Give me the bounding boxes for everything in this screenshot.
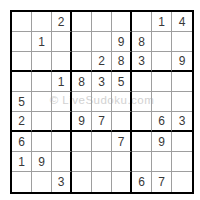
cell-r7c9[interactable] (172, 132, 192, 152)
cell-r6c3[interactable] (52, 112, 72, 132)
cell-r6c6[interactable] (112, 112, 132, 132)
cell-r5c3[interactable] (52, 92, 72, 112)
cell-r6c4[interactable]: 9 (72, 112, 92, 132)
cell-r8c8[interactable] (152, 152, 172, 172)
cell-r4c5[interactable]: 3 (92, 72, 112, 92)
cell-r1c4[interactable] (72, 12, 92, 32)
cell-r5c4[interactable] (72, 92, 92, 112)
cell-r2c3[interactable] (52, 32, 72, 52)
cell-r7c5[interactable] (92, 132, 112, 152)
cell-r8c4[interactable] (72, 152, 92, 172)
cell-r6c1[interactable]: 2 (12, 112, 32, 132)
cell-r7c8[interactable]: 9 (152, 132, 172, 152)
cell-r8c1[interactable]: 1 (12, 152, 32, 172)
cell-r3c9[interactable]: 9 (172, 52, 192, 72)
cell-r3c8[interactable] (152, 52, 172, 72)
cell-r3c4[interactable] (72, 52, 92, 72)
cell-r9c4[interactable] (72, 172, 92, 192)
cell-r4c4[interactable]: 8 (72, 72, 92, 92)
cell-r2c4[interactable] (72, 32, 92, 52)
cell-r5c8[interactable] (152, 92, 172, 112)
cell-r7c4[interactable] (72, 132, 92, 152)
cell-r9c6[interactable] (112, 172, 132, 192)
cell-r9c8[interactable]: 7 (152, 172, 172, 192)
cell-r2c7[interactable]: 8 (132, 32, 152, 52)
cell-r5c7[interactable] (132, 92, 152, 112)
cell-r4c1[interactable] (12, 72, 32, 92)
cell-r1c2[interactable] (32, 12, 52, 32)
cell-r9c2[interactable] (32, 172, 52, 192)
cell-r9c3[interactable]: 3 (52, 172, 72, 192)
cell-r3c3[interactable] (52, 52, 72, 72)
cell-r2c5[interactable] (92, 32, 112, 52)
cell-r9c1[interactable] (12, 172, 32, 192)
cell-r7c6[interactable]: 7 (112, 132, 132, 152)
cell-r1c9[interactable]: 4 (172, 12, 192, 32)
cell-r2c2[interactable]: 1 (32, 32, 52, 52)
cell-r3c1[interactable] (12, 52, 32, 72)
cell-r4c7[interactable] (132, 72, 152, 92)
cell-r4c8[interactable] (152, 72, 172, 92)
cell-r9c7[interactable]: 6 (132, 172, 152, 192)
cell-r8c5[interactable] (92, 152, 112, 172)
cell-r8c7[interactable] (132, 152, 152, 172)
cell-r3c7[interactable]: 3 (132, 52, 152, 72)
cell-r9c5[interactable] (92, 172, 112, 192)
sudoku-page: © LiveSudoku.com 21419828391835529763679… (0, 0, 200, 200)
cell-r6c2[interactable] (32, 112, 52, 132)
cell-r8c2[interactable]: 9 (32, 152, 52, 172)
cell-r7c7[interactable] (132, 132, 152, 152)
cell-r7c1[interactable]: 6 (12, 132, 32, 152)
sudoku-board: © LiveSudoku.com 21419828391835529763679… (10, 10, 194, 194)
cell-r8c3[interactable] (52, 152, 72, 172)
cell-r1c3[interactable]: 2 (52, 12, 72, 32)
cell-r5c1[interactable]: 5 (12, 92, 32, 112)
cell-r4c9[interactable] (172, 72, 192, 92)
cell-r3c2[interactable] (32, 52, 52, 72)
cell-r4c2[interactable] (32, 72, 52, 92)
cell-r1c5[interactable] (92, 12, 112, 32)
cell-r4c6[interactable]: 5 (112, 72, 132, 92)
cell-r7c3[interactable] (52, 132, 72, 152)
cell-r9c9[interactable] (172, 172, 192, 192)
cell-r7c2[interactable] (32, 132, 52, 152)
cell-r6c8[interactable]: 6 (152, 112, 172, 132)
cell-r5c2[interactable] (32, 92, 52, 112)
cell-r5c9[interactable] (172, 92, 192, 112)
cell-r1c6[interactable] (112, 12, 132, 32)
cell-r2c8[interactable] (152, 32, 172, 52)
cell-r6c5[interactable]: 7 (92, 112, 112, 132)
cell-r3c6[interactable]: 8 (112, 52, 132, 72)
cell-r5c5[interactable] (92, 92, 112, 112)
cell-r1c7[interactable] (132, 12, 152, 32)
cell-r2c1[interactable] (12, 32, 32, 52)
cell-r4c3[interactable]: 1 (52, 72, 72, 92)
cell-r5c6[interactable] (112, 92, 132, 112)
cell-r6c9[interactable]: 3 (172, 112, 192, 132)
cell-r8c9[interactable] (172, 152, 192, 172)
cell-r1c8[interactable]: 1 (152, 12, 172, 32)
cell-r3c5[interactable]: 2 (92, 52, 112, 72)
cell-r2c9[interactable] (172, 32, 192, 52)
cell-r6c7[interactable] (132, 112, 152, 132)
cell-r1c1[interactable] (12, 12, 32, 32)
cell-r8c6[interactable] (112, 152, 132, 172)
cell-r2c6[interactable]: 9 (112, 32, 132, 52)
